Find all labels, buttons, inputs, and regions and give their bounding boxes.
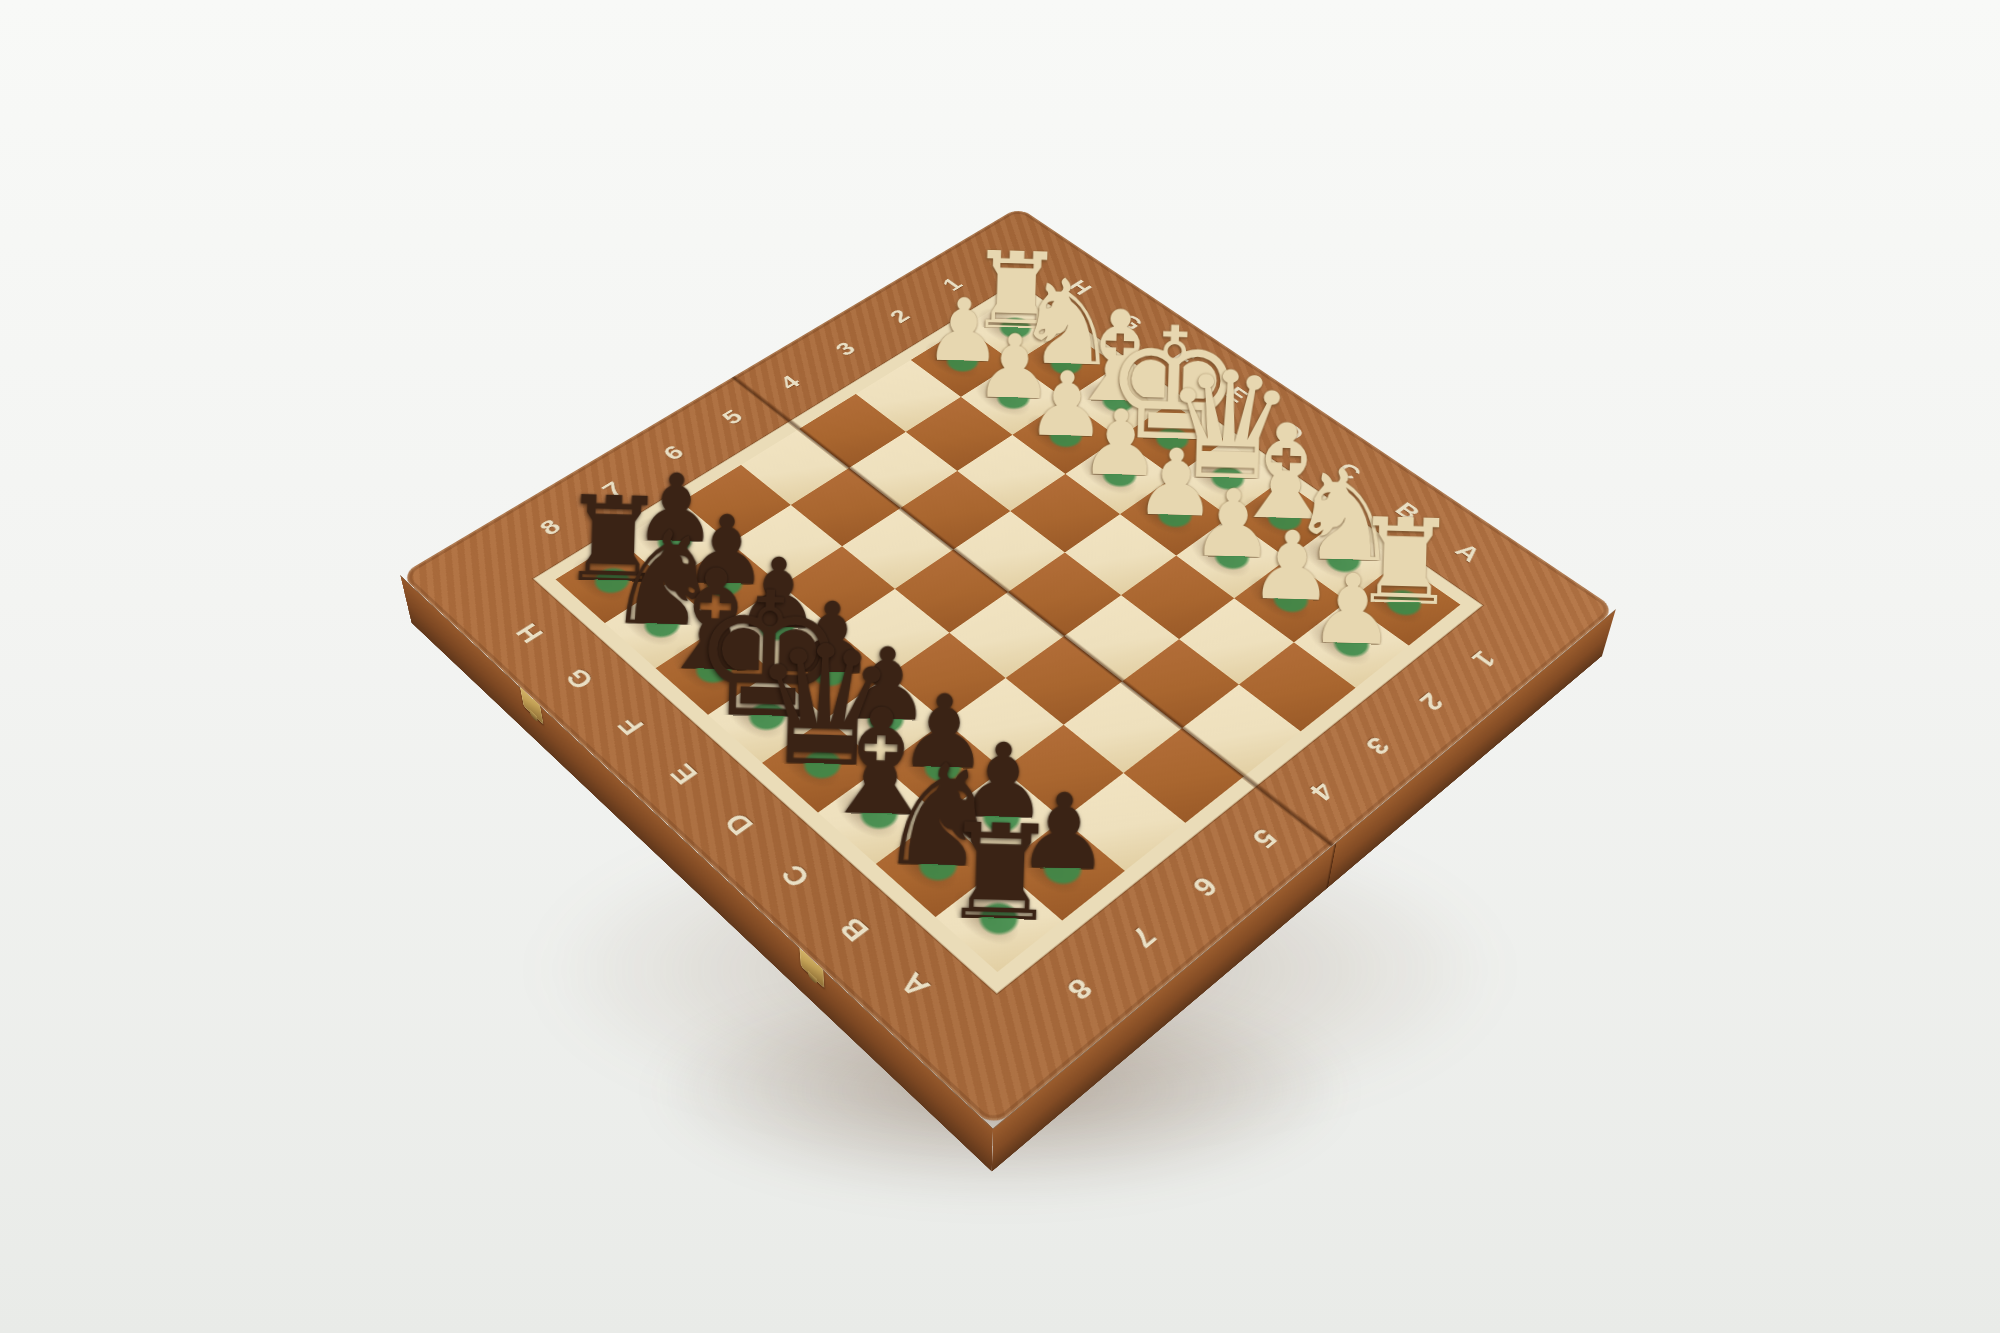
perspective-wrapper: 1234567812345678HGFEDCBAHGFEDCBA ♜♞♟♝♟♚♟… — [566, 150, 1450, 1034]
fold-seam-side — [1325, 843, 1336, 890]
photo-scene: 1234567812345678HGFEDCBAHGFEDCBA ♜♞♟♝♟♚♟… — [0, 0, 2000, 1333]
